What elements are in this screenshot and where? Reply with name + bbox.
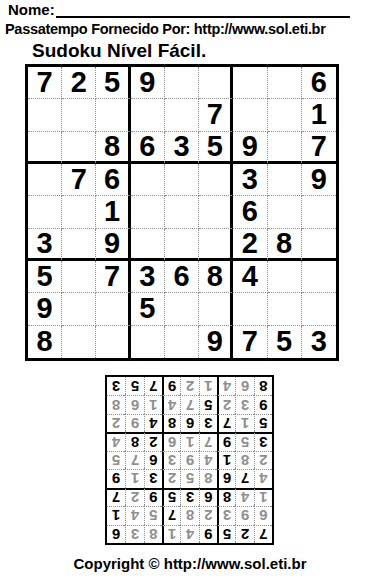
puzzle-cell-r9c6: 9 <box>199 326 233 358</box>
puzzle-cell-r3c1 <box>28 132 62 164</box>
puzzle-cell-r8c9 <box>302 293 336 325</box>
solution-cell-r6c6: 6 <box>162 432 180 450</box>
puzzle-cell-r6c3: 9 <box>96 229 130 261</box>
solution-cell-r2c5: 8 <box>180 506 198 524</box>
puzzle-cell-r8c5 <box>165 293 199 325</box>
solution-cell-r9c6: 9 <box>162 377 180 395</box>
puzzle-cell-r7c4: 3 <box>131 261 165 293</box>
puzzle-cell-r7c8 <box>268 261 302 293</box>
puzzle-cell-r4c2: 7 <box>62 164 96 196</box>
puzzle-cell-r8c2 <box>62 293 96 325</box>
puzzle-cell-r1c7 <box>233 67 267 99</box>
solution-cell-r2c3: 3 <box>217 506 235 524</box>
puzzle-cell-r1c6 <box>199 67 233 99</box>
solution-cell-r2c9: 1 <box>107 506 125 524</box>
solution-cell-r4c8: 1 <box>125 469 143 487</box>
solution-cell-r2c4: 2 <box>199 506 217 524</box>
puzzle-cell-r5c3: 1 <box>96 196 130 228</box>
solution-cell-r7c6: 8 <box>162 414 180 432</box>
solution-cell-r3c1: 1 <box>254 488 272 506</box>
puzzle-cell-r5c5 <box>165 196 199 228</box>
solution-cell-r9c3: 4 <box>217 377 235 395</box>
puzzle-cell-r9c5 <box>165 326 199 358</box>
puzzle-cell-r1c2: 2 <box>62 67 96 99</box>
puzzle-cell-r1c8 <box>268 67 302 99</box>
solution-cell-r6c8: 8 <box>125 432 143 450</box>
puzzle-cell-r2c7 <box>233 99 267 131</box>
solution-cell-r5c8: 7 <box>125 451 143 469</box>
solution-cell-r7c9: 2 <box>107 414 125 432</box>
sudoku-solution-grid: 7259418366932875411486359274768523192814… <box>105 375 274 545</box>
solution-cell-r4c7: 3 <box>144 469 162 487</box>
puzzle-cell-r1c5 <box>165 67 199 99</box>
solution-cell-r3c5: 3 <box>180 488 198 506</box>
puzzle-cell-r3c4: 6 <box>131 132 165 164</box>
solution-cell-r6c3: 9 <box>217 432 235 450</box>
solution-cell-r1c2: 2 <box>235 525 253 543</box>
puzzle-cell-r7c9 <box>302 261 336 293</box>
name-row: Nome: <box>8 2 350 18</box>
sudoku-puzzle-grid: 725967186359776391639285736849589753 <box>25 64 339 361</box>
puzzle-cell-r5c4 <box>131 196 165 228</box>
puzzle-cell-r6c8: 8 <box>268 229 302 261</box>
solution-cell-r8c5: 7 <box>180 395 198 413</box>
solution-cell-r1c7: 8 <box>144 525 162 543</box>
solution-cell-r2c2: 9 <box>235 506 253 524</box>
puzzle-cell-r9c9: 3 <box>302 326 336 358</box>
solution-cell-r7c2: 1 <box>235 414 253 432</box>
puzzle-cell-r2c3 <box>96 99 130 131</box>
name-blank-line <box>56 3 350 18</box>
solution-cell-r1c1: 7 <box>254 525 272 543</box>
solution-cell-r8c7: 1 <box>144 395 162 413</box>
solution-cell-r4c2: 7 <box>235 469 253 487</box>
solution-cell-r8c9: 8 <box>107 395 125 413</box>
puzzle-cell-r7c7: 4 <box>233 261 267 293</box>
puzzle-cell-r4c3: 6 <box>96 164 130 196</box>
puzzle-cell-r5c6 <box>199 196 233 228</box>
puzzle-cell-r7c5: 6 <box>165 261 199 293</box>
solution-cell-r2c6: 7 <box>162 506 180 524</box>
puzzle-cell-r6c5 <box>165 229 199 261</box>
puzzle-cell-r7c2 <box>62 261 96 293</box>
solution-cell-r7c7: 4 <box>144 414 162 432</box>
puzzle-cell-r6c1: 3 <box>28 229 62 261</box>
puzzle-cell-r8c6 <box>199 293 233 325</box>
solution-cell-r1c3: 5 <box>217 525 235 543</box>
puzzle-cell-r4c9: 9 <box>302 164 336 196</box>
puzzle-cell-r9c4 <box>131 326 165 358</box>
solution-cell-r8c4: 5 <box>199 395 217 413</box>
puzzle-cell-r5c7: 6 <box>233 196 267 228</box>
puzzle-cell-r4c6 <box>199 164 233 196</box>
puzzle-cell-r3c9: 7 <box>302 132 336 164</box>
solution-cell-r3c2: 4 <box>235 488 253 506</box>
puzzle-cell-r5c9 <box>302 196 336 228</box>
puzzle-cell-r3c2 <box>62 132 96 164</box>
solution-cell-r7c1: 5 <box>254 414 272 432</box>
solution-cell-r8c2: 3 <box>235 395 253 413</box>
puzzle-cell-r2c2 <box>62 99 96 131</box>
puzzle-cell-r2c8 <box>268 99 302 131</box>
puzzle-cell-r7c6: 8 <box>199 261 233 293</box>
puzzle-cell-r4c5 <box>165 164 199 196</box>
solution-cell-r5c1: 2 <box>254 451 272 469</box>
solution-cell-r8c3: 2 <box>217 395 235 413</box>
puzzle-cell-r3c3: 8 <box>96 132 130 164</box>
solution-cell-r6c5: 1 <box>180 432 198 450</box>
solution-cell-r6c1: 3 <box>254 432 272 450</box>
solution-cell-r1c9: 6 <box>107 525 125 543</box>
solution-cell-r5c4: 4 <box>199 451 217 469</box>
puzzle-cell-r6c6 <box>199 229 233 261</box>
solution-cell-r3c3: 8 <box>217 488 235 506</box>
solution-cell-r5c7: 6 <box>144 451 162 469</box>
puzzle-cell-r6c7: 2 <box>233 229 267 261</box>
solution-cell-r7c3: 7 <box>217 414 235 432</box>
solution-cell-r6c4: 7 <box>199 432 217 450</box>
solution-cell-r7c5: 6 <box>180 414 198 432</box>
solution-cell-r5c3: 1 <box>217 451 235 469</box>
solution-cell-r9c9: 3 <box>107 377 125 395</box>
solution-cell-r8c1: 9 <box>254 395 272 413</box>
solution-cell-r4c3: 6 <box>217 469 235 487</box>
solution-cell-r6c2: 5 <box>235 432 253 450</box>
solution-cell-r9c1: 8 <box>254 377 272 395</box>
solution-cell-r9c2: 6 <box>235 377 253 395</box>
puzzle-cell-r7c3: 7 <box>96 261 130 293</box>
puzzle-cell-r8c7 <box>233 293 267 325</box>
puzzle-cell-r8c1: 9 <box>28 293 62 325</box>
solution-cell-r4c5: 5 <box>180 469 198 487</box>
puzzle-cell-r4c4 <box>131 164 165 196</box>
puzzle-cell-r1c1: 7 <box>28 67 62 99</box>
puzzle-cell-r2c1 <box>28 99 62 131</box>
puzzle-cell-r1c4: 9 <box>131 67 165 99</box>
solution-cell-r8c8: 6 <box>125 395 143 413</box>
solution-cell-r4c1: 4 <box>254 469 272 487</box>
puzzle-cell-r6c4 <box>131 229 165 261</box>
puzzle-cell-r4c1 <box>28 164 62 196</box>
puzzle-cell-r5c1 <box>28 196 62 228</box>
solution-cell-r3c6: 5 <box>162 488 180 506</box>
solution-cell-r9c8: 5 <box>125 377 143 395</box>
solution-cell-r9c4: 1 <box>199 377 217 395</box>
puzzle-cell-r9c2 <box>62 326 96 358</box>
solution-cell-r2c7: 5 <box>144 506 162 524</box>
solution-cell-r4c6: 2 <box>162 469 180 487</box>
solution-cell-r1c4: 9 <box>199 525 217 543</box>
sudoku-worksheet-page: { "game": "sudoku", "header": { "name_la… <box>0 0 380 585</box>
solution-cell-r6c7: 2 <box>144 432 162 450</box>
solution-cell-r5c2: 8 <box>235 451 253 469</box>
copyright-text: Copyright © http://www.sol.eti.br <box>0 555 380 572</box>
solution-cell-r3c9: 7 <box>107 488 125 506</box>
solution-cell-r9c5: 2 <box>180 377 198 395</box>
puzzle-cell-r2c9: 1 <box>302 99 336 131</box>
solution-cell-r5c5: 9 <box>180 451 198 469</box>
solution-cell-r1c6: 1 <box>162 525 180 543</box>
puzzle-cell-r1c9: 6 <box>302 67 336 99</box>
puzzle-cell-r2c5 <box>165 99 199 131</box>
solution-cell-r9c7: 7 <box>144 377 162 395</box>
solution-cell-r4c9: 9 <box>107 469 125 487</box>
solution-cell-r1c8: 3 <box>125 525 143 543</box>
name-label: Nome: <box>8 2 55 18</box>
solution-cell-r2c1: 6 <box>254 506 272 524</box>
puzzle-cell-r1c3: 5 <box>96 67 130 99</box>
solution-cell-r5c6: 3 <box>162 451 180 469</box>
solution-cell-r3c7: 9 <box>144 488 162 506</box>
puzzle-cell-r8c8 <box>268 293 302 325</box>
solution-cell-r8c6: 4 <box>162 395 180 413</box>
solution-cell-r3c4: 6 <box>199 488 217 506</box>
puzzle-cell-r5c8 <box>268 196 302 228</box>
solution-cell-r6c9: 4 <box>107 432 125 450</box>
puzzle-cell-r9c8: 5 <box>268 326 302 358</box>
puzzle-cell-r7c1: 5 <box>28 261 62 293</box>
puzzle-cell-r6c2 <box>62 229 96 261</box>
puzzle-cell-r6c9 <box>302 229 336 261</box>
solution-cell-r2c8: 4 <box>125 506 143 524</box>
page-title: Sudoku Nível Fácil. <box>32 40 206 62</box>
solution-cell-r7c4: 3 <box>199 414 217 432</box>
puzzle-cell-r3c7: 9 <box>233 132 267 164</box>
puzzle-cell-r2c6: 7 <box>199 99 233 131</box>
puzzle-cell-r3c5: 3 <box>165 132 199 164</box>
solution-cell-r1c5: 4 <box>180 525 198 543</box>
puzzle-cell-r5c2 <box>62 196 96 228</box>
puzzle-cell-r3c8 <box>268 132 302 164</box>
puzzle-cell-r2c4 <box>131 99 165 131</box>
puzzle-cell-r8c3 <box>96 293 130 325</box>
puzzle-cell-r9c3 <box>96 326 130 358</box>
solution-cell-r3c8: 2 <box>125 488 143 506</box>
solution-cell-r4c4: 8 <box>199 469 217 487</box>
puzzle-cell-r3c6: 5 <box>199 132 233 164</box>
puzzle-cell-r9c1: 8 <box>28 326 62 358</box>
puzzle-cell-r8c4: 5 <box>131 293 165 325</box>
puzzle-cell-r9c7: 7 <box>233 326 267 358</box>
puzzle-cell-r4c7: 3 <box>233 164 267 196</box>
solution-cell-r5c9: 5 <box>107 451 125 469</box>
provided-by-text: Passatempo Fornecido Por: http://www.sol… <box>5 21 326 37</box>
puzzle-cell-r4c8 <box>268 164 302 196</box>
solution-cell-r7c8: 9 <box>125 414 143 432</box>
